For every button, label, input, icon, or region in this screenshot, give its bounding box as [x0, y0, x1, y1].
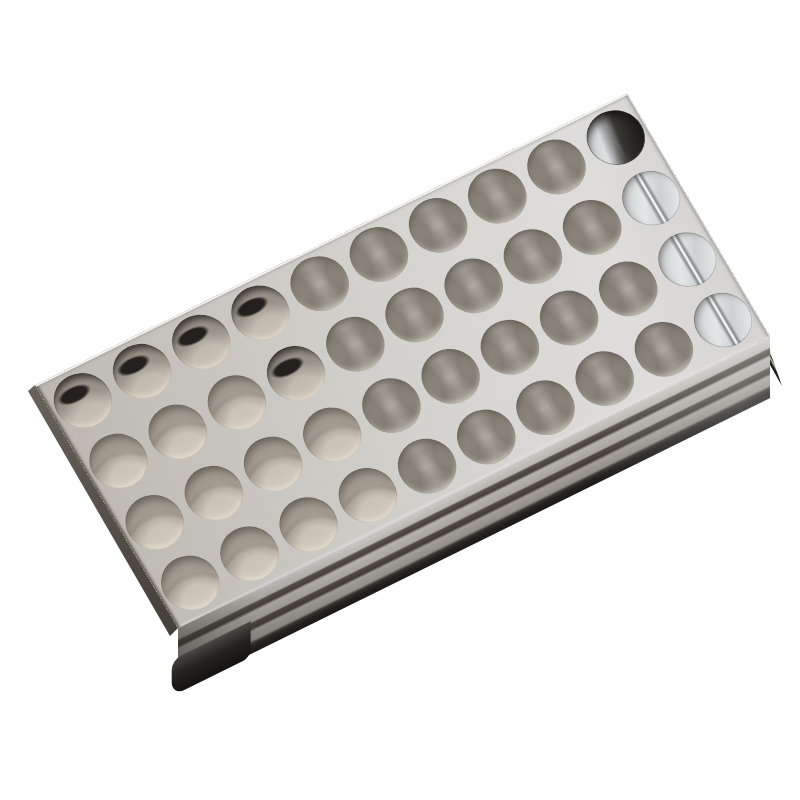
rack-hole-r2c3	[197, 366, 277, 440]
rack-hole-r1c10	[575, 101, 655, 175]
rack-hole-r3c2	[173, 456, 253, 530]
rack-hole-r2c5	[315, 308, 395, 382]
rack-hole-r1c4	[220, 276, 300, 350]
rack-hole-r3c9	[588, 252, 668, 326]
rack-hole-r1c2	[102, 335, 182, 409]
rack-hole-r2c6	[374, 279, 454, 353]
rack-hole-r3c10	[647, 223, 727, 297]
hole-grid	[35, 93, 627, 385]
rack-hole-r3c5	[351, 369, 431, 443]
rack-hole-r1c6	[339, 218, 419, 292]
rack-hole-r3c6	[410, 339, 490, 413]
rack-hole-r2c2	[138, 395, 218, 469]
rack-hole-r1c7	[398, 189, 478, 263]
rack-hole-r3c4	[292, 398, 372, 472]
rack-bottom-corner-trim	[172, 621, 251, 696]
rack-hole-r3c3	[233, 427, 313, 501]
rack-hole-r3c8	[529, 281, 609, 355]
rack-hole-r2c9	[552, 191, 632, 265]
rack-hole-r2c7	[434, 249, 514, 323]
rack-hole-r1c3	[161, 305, 241, 379]
rack-hole-r1c9	[516, 130, 596, 204]
rack-hole-r1c5	[279, 247, 359, 321]
rack-hole-r3c7	[469, 310, 549, 384]
rack-hole-r2c8	[493, 220, 573, 294]
rack-hole-r1c8	[457, 159, 537, 233]
rack-hole-r2c10	[611, 162, 691, 236]
photo-canvas	[0, 0, 800, 800]
rack-hole-r2c4	[256, 337, 336, 411]
